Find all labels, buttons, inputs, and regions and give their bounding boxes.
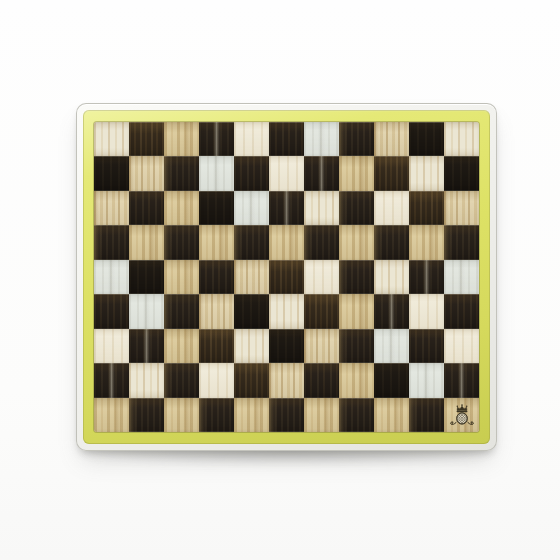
board-yellow-border	[83, 110, 490, 444]
board-cell	[374, 156, 409, 190]
board-cell	[304, 122, 339, 156]
board-cell	[129, 329, 164, 363]
board-cell	[339, 122, 374, 156]
board-cell	[269, 329, 304, 363]
board-cell	[234, 363, 269, 397]
board-cell	[444, 294, 479, 328]
board-cell	[164, 398, 199, 432]
board-cell	[234, 329, 269, 363]
board-cell	[199, 329, 234, 363]
board-cell	[234, 294, 269, 328]
board-cell	[374, 363, 409, 397]
board-cell	[269, 294, 304, 328]
board-cell	[234, 225, 269, 259]
board-cell	[94, 363, 129, 397]
board-cell	[269, 156, 304, 190]
board-cell	[269, 363, 304, 397]
board-cell	[234, 191, 269, 225]
board-cell	[304, 398, 339, 432]
board-cell	[374, 294, 409, 328]
board-cell	[199, 260, 234, 294]
board-cell	[304, 260, 339, 294]
board-cell	[199, 398, 234, 432]
board-cell	[374, 122, 409, 156]
board-cell	[339, 191, 374, 225]
board-cell	[304, 294, 339, 328]
board-cell	[234, 398, 269, 432]
board-cell	[164, 329, 199, 363]
board-cell	[374, 398, 409, 432]
board-cell	[374, 225, 409, 259]
board-cell	[164, 260, 199, 294]
board-cell	[269, 260, 304, 294]
board-cell	[339, 398, 374, 432]
board-cell	[94, 156, 129, 190]
board-cell	[444, 156, 479, 190]
board-cell	[269, 225, 304, 259]
board-cell	[409, 363, 444, 397]
board-cell	[409, 398, 444, 432]
board-cell	[304, 225, 339, 259]
board-cell	[269, 191, 304, 225]
board-cell	[199, 191, 234, 225]
board-cell	[444, 225, 479, 259]
board-cell	[409, 156, 444, 190]
board-cell	[94, 260, 129, 294]
board-cell	[164, 294, 199, 328]
board-cell	[409, 260, 444, 294]
board-cell	[129, 398, 164, 432]
board-cell	[94, 191, 129, 225]
board-cell	[94, 329, 129, 363]
board-cell	[409, 191, 444, 225]
board-cell	[164, 363, 199, 397]
board-cell	[339, 225, 374, 259]
board-cell	[129, 260, 164, 294]
board-cell	[234, 122, 269, 156]
board-cell	[409, 294, 444, 328]
board-cell	[199, 156, 234, 190]
board-cell	[164, 122, 199, 156]
board-cell	[269, 122, 304, 156]
board-cell	[409, 225, 444, 259]
product-photo-background	[0, 0, 560, 560]
board-cell	[339, 363, 374, 397]
board-cell	[444, 329, 479, 363]
board-cell	[444, 398, 479, 432]
board-cell	[129, 122, 164, 156]
board-cell	[374, 191, 409, 225]
board-cell	[269, 398, 304, 432]
board-cell	[199, 363, 234, 397]
board-cell	[339, 260, 374, 294]
board-cell	[164, 225, 199, 259]
board-cell	[339, 329, 374, 363]
board-cell	[94, 294, 129, 328]
board-cell	[129, 294, 164, 328]
board-cell	[234, 260, 269, 294]
board-cell	[444, 191, 479, 225]
board-cell	[374, 260, 409, 294]
board-cell	[129, 156, 164, 190]
board-cell	[339, 156, 374, 190]
board-cell	[374, 329, 409, 363]
board-cell	[129, 363, 164, 397]
board-cell	[444, 363, 479, 397]
crown-thistle-logo-icon	[449, 402, 475, 430]
board-cell	[234, 156, 269, 190]
board-cell	[164, 191, 199, 225]
checkerboard	[94, 122, 479, 432]
board-cell	[304, 191, 339, 225]
board-cell	[94, 398, 129, 432]
board-cell	[409, 329, 444, 363]
board-cell	[199, 225, 234, 259]
board-cell	[409, 122, 444, 156]
board-cell	[339, 294, 374, 328]
board-cell	[94, 122, 129, 156]
glass-cutting-board	[76, 103, 497, 451]
board-cell	[129, 191, 164, 225]
board-cell	[444, 260, 479, 294]
board-cell	[304, 329, 339, 363]
board-cell	[199, 294, 234, 328]
board-cell	[304, 363, 339, 397]
board-cell	[444, 122, 479, 156]
board-cell	[304, 156, 339, 190]
board-cell	[94, 225, 129, 259]
board-cell	[164, 156, 199, 190]
board-cell	[199, 122, 234, 156]
board-cell	[129, 225, 164, 259]
